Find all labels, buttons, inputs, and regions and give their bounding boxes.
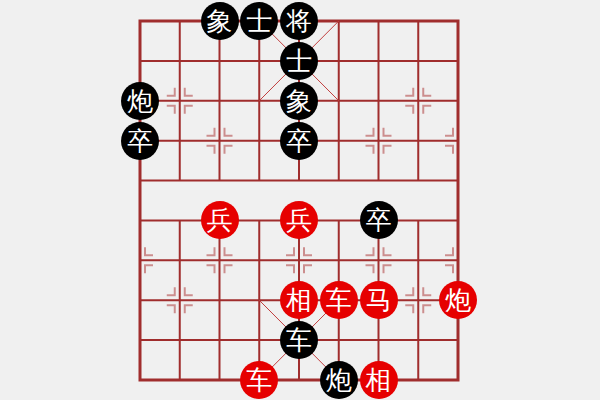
piece-black-将[interactable]: 将 (280, 2, 318, 40)
piece-black-士[interactable]: 士 (240, 2, 278, 40)
piece-black-象[interactable]: 象 (280, 82, 318, 120)
piece-black-炮[interactable]: 炮 (320, 361, 358, 399)
app-background: 象士将士炮象卒卒兵兵卒相车马炮车车炮相 (0, 0, 600, 400)
piece-black-象[interactable]: 象 (201, 2, 239, 40)
piece-black-士[interactable]: 士 (280, 42, 318, 80)
piece-red-兵[interactable]: 兵 (280, 201, 318, 239)
piece-red-兵[interactable]: 兵 (201, 201, 239, 239)
piece-black-车[interactable]: 车 (280, 321, 318, 359)
piece-red-相[interactable]: 相 (360, 361, 398, 399)
piece-red-车[interactable]: 车 (240, 361, 278, 399)
pieces-layer: 象士将士炮象卒卒兵兵卒相车马炮车车炮相 (120, 1, 478, 400)
piece-black-炮[interactable]: 炮 (121, 82, 159, 120)
xiangqi-board[interactable]: 象士将士炮象卒卒兵兵卒相车马炮车车炮相 (0, 0, 600, 400)
piece-red-相[interactable]: 相 (280, 281, 318, 319)
piece-black-卒[interactable]: 卒 (280, 122, 318, 160)
piece-red-炮[interactable]: 炮 (439, 281, 477, 319)
piece-black-卒[interactable]: 卒 (121, 122, 159, 160)
piece-red-马[interactable]: 马 (360, 281, 398, 319)
piece-black-卒[interactable]: 卒 (360, 201, 398, 239)
piece-red-车[interactable]: 车 (320, 281, 358, 319)
